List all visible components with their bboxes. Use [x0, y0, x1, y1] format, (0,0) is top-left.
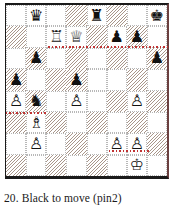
square-c3	[46, 112, 66, 133]
square-b8: ♛	[26, 5, 46, 26]
spellcheck-underline	[109, 150, 151, 152]
square-a4: ♙	[6, 91, 26, 112]
square-e3	[87, 112, 107, 133]
piece-black-pawn: ♟	[110, 29, 124, 45]
square-g6	[127, 48, 147, 69]
square-b6: ♟	[26, 48, 46, 69]
square-b7	[26, 26, 46, 47]
board-frame: ♛♜♚♖♕♟♟♟♟♟♟♙♞♙♙♗♙♙♙♔	[5, 3, 169, 179]
square-a3	[6, 112, 26, 133]
square-a5: ♟	[6, 69, 26, 90]
square-h7	[147, 26, 167, 47]
square-d3	[66, 112, 86, 133]
square-d6	[66, 48, 86, 69]
square-h5	[147, 69, 167, 90]
piece-white-queen: ♕	[69, 29, 83, 45]
square-d8	[66, 5, 86, 26]
square-h4	[147, 91, 167, 112]
square-f3	[107, 112, 127, 133]
square-b1	[26, 155, 46, 176]
square-f6	[107, 48, 127, 69]
square-a2	[6, 133, 26, 154]
square-g3	[127, 112, 147, 133]
caption: 20. Black to move (pin2)	[4, 192, 122, 204]
square-d4: ♙	[66, 91, 86, 112]
square-h3	[147, 112, 167, 133]
square-e4	[87, 91, 107, 112]
square-h1	[147, 155, 167, 176]
square-e7	[87, 26, 107, 47]
square-b3: ♗	[26, 112, 46, 133]
square-a8	[6, 5, 26, 26]
square-f4	[107, 91, 127, 112]
square-a7	[6, 26, 26, 47]
square-b2: ♙	[26, 133, 46, 154]
square-f8	[107, 5, 127, 26]
square-a6	[6, 48, 26, 69]
square-c1	[46, 155, 66, 176]
spellcheck-underline	[48, 46, 169, 48]
piece-white-pawn: ♙	[69, 93, 83, 109]
square-c7: ♖	[46, 26, 66, 47]
square-c4	[46, 91, 66, 112]
piece-black-king: ♚	[150, 7, 164, 23]
piece-black-queen: ♛	[29, 7, 43, 23]
square-e1	[87, 155, 107, 176]
piece-white-pawn: ♙	[130, 93, 144, 109]
square-d2	[66, 133, 86, 154]
square-c6	[46, 48, 66, 69]
square-h8: ♚	[147, 5, 167, 26]
diagram: ♛♜♚♖♕♟♟♟♟♟♟♙♞♙♙♗♙♙♙♔ 20. Black to move (…	[0, 0, 177, 214]
square-e6	[87, 48, 107, 69]
square-d1	[66, 155, 86, 176]
square-c8	[46, 5, 66, 26]
square-f7: ♟	[107, 26, 127, 47]
piece-white-rook: ♖	[49, 29, 63, 45]
square-f1	[107, 155, 127, 176]
square-g7: ♟	[127, 26, 147, 47]
square-e8: ♜	[87, 5, 107, 26]
piece-white-pawn: ♙	[9, 93, 23, 109]
square-e2	[87, 133, 107, 154]
square-g5	[127, 69, 147, 90]
piece-black-knight: ♞	[29, 93, 43, 109]
square-f5	[107, 69, 127, 90]
square-g1: ♔	[127, 155, 147, 176]
square-d5: ♟	[66, 69, 86, 90]
square-h6: ♟	[147, 48, 167, 69]
square-c2	[46, 133, 66, 154]
piece-white-bishop: ♗	[29, 114, 43, 130]
piece-black-pawn: ♟	[150, 50, 164, 66]
piece-white-pawn: ♙	[29, 135, 43, 151]
square-b5	[26, 69, 46, 90]
piece-black-pawn: ♟	[9, 71, 23, 87]
square-a1	[6, 155, 26, 176]
piece-black-rook: ♜	[89, 7, 103, 23]
piece-black-pawn: ♟	[130, 29, 144, 45]
square-d7: ♕	[66, 26, 86, 47]
square-g8	[127, 5, 147, 26]
square-b4: ♞	[26, 91, 46, 112]
square-g4: ♙	[127, 91, 147, 112]
spellcheck-underline	[6, 112, 47, 114]
piece-white-king: ♔	[130, 157, 144, 173]
piece-black-pawn: ♟	[69, 71, 83, 87]
square-c5	[46, 69, 66, 90]
piece-black-pawn: ♟	[29, 50, 43, 66]
square-e5	[87, 69, 107, 90]
